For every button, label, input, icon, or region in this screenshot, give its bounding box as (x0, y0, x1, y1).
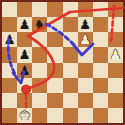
board-square[interactable] (78, 78, 93, 93)
board-square[interactable] (63, 32, 78, 47)
black-pawn[interactable]: ♟ (19, 63, 31, 76)
board-square[interactable] (78, 63, 93, 78)
board-square[interactable] (108, 32, 123, 47)
board-square[interactable] (47, 78, 62, 93)
board-square[interactable] (93, 32, 108, 47)
board-square[interactable] (47, 17, 62, 32)
board-square[interactable] (47, 2, 62, 17)
board-grid: ♟♞♟♟♟♟♟♟♚ (2, 2, 123, 123)
white-pawn[interactable]: ♟ (110, 48, 122, 61)
board-square[interactable] (47, 63, 62, 78)
board-square[interactable] (2, 17, 17, 32)
board-square[interactable] (63, 78, 78, 93)
board-square[interactable] (93, 93, 108, 108)
board-square[interactable] (93, 17, 108, 32)
board-square[interactable]: ♟ (2, 32, 17, 47)
board-square[interactable]: ♟ (17, 17, 32, 32)
board-square[interactable] (78, 93, 93, 108)
board-square[interactable] (63, 108, 78, 123)
board-square[interactable]: ♚ (17, 108, 32, 123)
board-square[interactable] (17, 32, 32, 47)
black-pawn[interactable]: ♟ (79, 18, 91, 31)
board-square[interactable] (32, 32, 47, 47)
board-square[interactable] (2, 93, 17, 108)
board-square[interactable] (17, 2, 32, 17)
board-square[interactable]: ♟ (108, 47, 123, 62)
board-square[interactable] (63, 93, 78, 108)
board-square[interactable] (93, 2, 108, 17)
board-square[interactable] (93, 63, 108, 78)
black-pawn[interactable]: ♟ (4, 33, 16, 46)
board-square[interactable] (32, 63, 47, 78)
black-knight[interactable]: ♞ (34, 18, 46, 31)
board-square[interactable] (32, 47, 47, 62)
board-square[interactable] (108, 108, 123, 123)
board-square[interactable] (78, 47, 93, 62)
board-square[interactable] (32, 93, 47, 108)
board-square[interactable] (108, 2, 123, 17)
board-square[interactable] (63, 63, 78, 78)
black-pawn[interactable]: ♟ (19, 48, 31, 61)
board-square[interactable] (2, 2, 17, 17)
board-square[interactable] (93, 108, 108, 123)
board-square[interactable]: ♟ (78, 17, 93, 32)
board-square[interactable] (78, 2, 93, 17)
white-king[interactable]: ♚ (19, 108, 31, 121)
white-pawn[interactable]: ♟ (79, 33, 91, 46)
board-square[interactable] (2, 78, 17, 93)
board-square[interactable] (2, 63, 17, 78)
board-square[interactable] (78, 108, 93, 123)
board-square[interactable]: ♟ (78, 32, 93, 47)
board-square[interactable]: ♞ (32, 17, 47, 32)
board-square[interactable] (17, 78, 32, 93)
board-square[interactable] (108, 93, 123, 108)
board-square[interactable] (108, 63, 123, 78)
black-pawn[interactable]: ♟ (19, 18, 31, 31)
board-square[interactable]: ♟ (17, 47, 32, 62)
board-square[interactable] (93, 47, 108, 62)
board-square[interactable] (17, 93, 32, 108)
board-square[interactable] (2, 47, 17, 62)
board-square[interactable] (32, 78, 47, 93)
board-square[interactable] (63, 47, 78, 62)
board-square[interactable] (2, 108, 17, 123)
board-square[interactable] (47, 32, 62, 47)
board-square[interactable]: ♟ (17, 63, 32, 78)
board-square[interactable] (63, 2, 78, 17)
board-square[interactable] (47, 47, 62, 62)
chess-board: ♟♞♟♟♟♟♟♟♚ (0, 0, 125, 125)
board-square[interactable] (108, 78, 123, 93)
board-square[interactable] (32, 108, 47, 123)
board-square[interactable] (63, 17, 78, 32)
board-square[interactable] (47, 93, 62, 108)
board-square[interactable] (108, 17, 123, 32)
board-square[interactable] (47, 108, 62, 123)
board-square[interactable] (32, 2, 47, 17)
board-square[interactable] (93, 78, 108, 93)
